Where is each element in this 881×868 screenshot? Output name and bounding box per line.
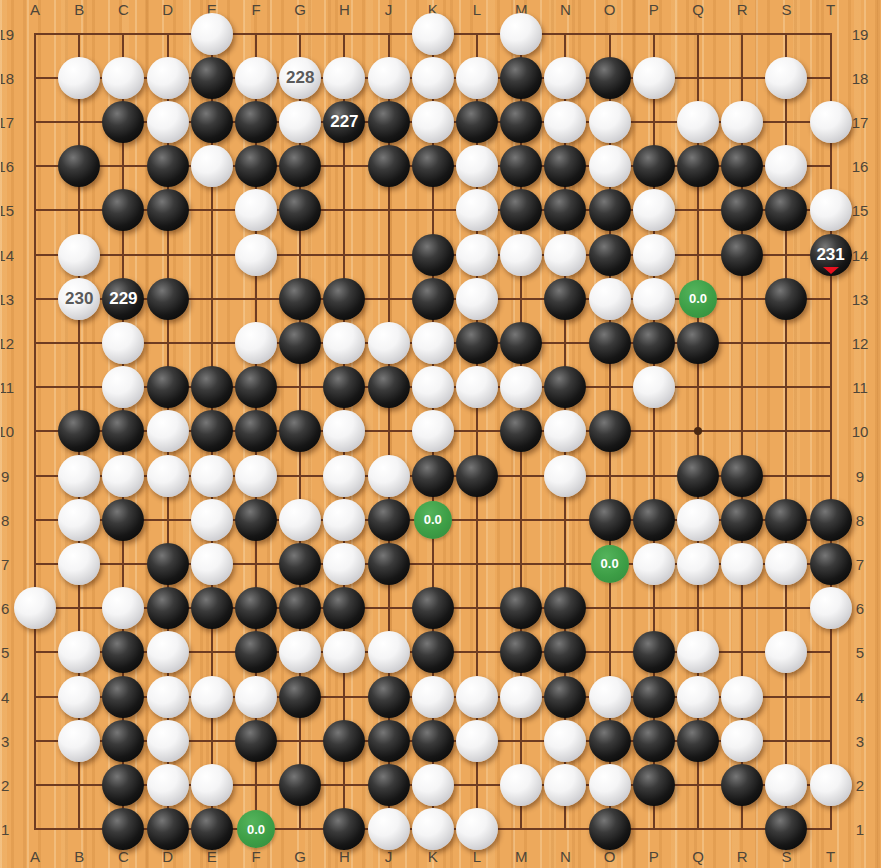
row-label-left-18: 18: [1, 70, 14, 85]
suggestion-circle-O7[interactable]: 0.0: [591, 545, 629, 583]
stone-black-Q16[interactable]: [677, 145, 719, 187]
stone-black-P16[interactable]: [633, 145, 675, 187]
suggestion-circle-K8[interactable]: 0.0: [414, 501, 452, 539]
move-number-C13: 229: [109, 290, 137, 307]
stone-white-E7[interactable]: [191, 543, 233, 585]
stone-black-P5[interactable]: [633, 631, 675, 673]
stone-black-E10[interactable]: [191, 410, 233, 452]
stone-white-Q4[interactable]: [677, 676, 719, 718]
stone-black-G6[interactable]: [279, 587, 321, 629]
stone-white-Q17[interactable]: [677, 101, 719, 143]
col-label-top-L: L: [473, 2, 481, 17]
stone-white-B8[interactable]: [58, 499, 100, 541]
stone-black-S13[interactable]: [765, 278, 807, 320]
suggestion-value-Q13: 0.0: [689, 291, 707, 306]
stone-white-K19[interactable]: [412, 13, 454, 55]
row-label-right-4: 4: [856, 689, 864, 704]
stone-white-F18[interactable]: [235, 57, 277, 99]
stone-white-N3[interactable]: [544, 720, 586, 762]
row-label-left-5: 5: [1, 645, 14, 660]
stone-white-M19[interactable]: [500, 13, 542, 55]
row-label-left-3: 3: [1, 733, 14, 748]
stone-black-J4[interactable]: [368, 676, 410, 718]
row-label-right-11: 11: [852, 380, 868, 395]
stone-black-O3[interactable]: [589, 720, 631, 762]
stone-white-K18[interactable]: [412, 57, 454, 99]
stone-black-M6[interactable]: [500, 587, 542, 629]
stone-black-T8[interactable]: [810, 499, 852, 541]
stone-black-D11[interactable]: [147, 366, 189, 408]
stone-black-G10[interactable]: [279, 410, 321, 452]
stone-white-P15[interactable]: [633, 189, 675, 231]
stone-white-H10[interactable]: [323, 410, 365, 452]
stone-white-H12[interactable]: [323, 322, 365, 364]
stone-black-O14[interactable]: [589, 234, 631, 276]
stone-white-B5[interactable]: [58, 631, 100, 673]
stone-white-G5[interactable]: [279, 631, 321, 673]
suggestion-circle-Q13[interactable]: 0.0: [679, 280, 717, 318]
col-label-top-F: F: [251, 2, 260, 17]
stone-black-C2[interactable]: [102, 764, 144, 806]
stone-black-P3[interactable]: [633, 720, 675, 762]
stone-black-R8[interactable]: [721, 499, 763, 541]
stone-black-G13[interactable]: [279, 278, 321, 320]
stone-white-Q8[interactable]: [677, 499, 719, 541]
col-label-top-T: T: [826, 2, 835, 17]
stone-black-H17[interactable]: 227: [323, 101, 365, 143]
stone-black-J16[interactable]: [368, 145, 410, 187]
col-label-top-G: G: [294, 2, 306, 17]
stone-black-F8[interactable]: [235, 499, 277, 541]
row-label-left-6: 6: [1, 601, 14, 616]
stone-black-J7[interactable]: [368, 543, 410, 585]
stone-black-F17[interactable]: [235, 101, 277, 143]
stone-white-C12[interactable]: [102, 322, 144, 364]
stone-white-C11[interactable]: [102, 366, 144, 408]
stone-white-K11[interactable]: [412, 366, 454, 408]
stone-white-L18[interactable]: [456, 57, 498, 99]
stone-white-B13[interactable]: 230: [58, 278, 100, 320]
col-label-bottom-E: E: [207, 849, 217, 864]
row-label-right-9: 9: [856, 468, 864, 483]
stone-white-K2[interactable]: [412, 764, 454, 806]
row-label-right-19: 19: [852, 26, 869, 41]
stone-white-K1[interactable]: [412, 808, 454, 850]
col-label-bottom-M: M: [515, 849, 528, 864]
stone-black-H11[interactable]: [323, 366, 365, 408]
stone-black-F6[interactable]: [235, 587, 277, 629]
suggestion-value-K8: 0.0: [424, 512, 442, 527]
stone-black-F16[interactable]: [235, 145, 277, 187]
stone-black-F5[interactable]: [235, 631, 277, 673]
stone-black-K5[interactable]: [412, 631, 454, 673]
stone-white-P13[interactable]: [633, 278, 675, 320]
stone-white-S2[interactable]: [765, 764, 807, 806]
stone-black-K14[interactable]: [412, 234, 454, 276]
stone-white-J9[interactable]: [368, 455, 410, 497]
stone-white-O17[interactable]: [589, 101, 631, 143]
stone-black-P4[interactable]: [633, 676, 675, 718]
stone-white-D4[interactable]: [147, 676, 189, 718]
stone-white-T6[interactable]: [810, 587, 852, 629]
stone-black-D6[interactable]: [147, 587, 189, 629]
row-label-right-7: 7: [856, 556, 864, 571]
row-label-left-9: 9: [1, 468, 14, 483]
stone-white-J5[interactable]: [368, 631, 410, 673]
suggestion-circle-F1[interactable]: 0.0: [237, 810, 275, 848]
stone-white-T17[interactable]: [810, 101, 852, 143]
stone-black-J17[interactable]: [368, 101, 410, 143]
stone-white-C9[interactable]: [102, 455, 144, 497]
stone-black-J8[interactable]: [368, 499, 410, 541]
stone-white-B18[interactable]: [58, 57, 100, 99]
stone-white-F14[interactable]: [235, 234, 277, 276]
stone-white-K17[interactable]: [412, 101, 454, 143]
stone-black-L12[interactable]: [456, 322, 498, 364]
row-label-right-15: 15: [852, 203, 869, 218]
stone-black-C13[interactable]: 229: [102, 278, 144, 320]
stone-white-S16[interactable]: [765, 145, 807, 187]
row-label-left-11: 11: [1, 380, 14, 395]
col-label-bottom-T: T: [826, 849, 835, 864]
stone-black-O18[interactable]: [589, 57, 631, 99]
stone-white-B4[interactable]: [58, 676, 100, 718]
stone-white-R4[interactable]: [721, 676, 763, 718]
stone-black-C4[interactable]: [102, 676, 144, 718]
stone-black-M10[interactable]: [500, 410, 542, 452]
stone-black-R2[interactable]: [721, 764, 763, 806]
col-label-bottom-J: J: [385, 849, 393, 864]
row-label-right-10: 10: [852, 424, 869, 439]
col-label-top-A: A: [30, 2, 40, 17]
stone-white-K12[interactable]: [412, 322, 454, 364]
stone-white-F15[interactable]: [235, 189, 277, 231]
stone-white-E8[interactable]: [191, 499, 233, 541]
stone-white-S7[interactable]: [765, 543, 807, 585]
row-label-left-17: 17: [1, 114, 14, 129]
stone-black-P8[interactable]: [633, 499, 675, 541]
stone-black-R9[interactable]: [721, 455, 763, 497]
stone-black-O8[interactable]: [589, 499, 631, 541]
stone-white-O13[interactable]: [589, 278, 631, 320]
stone-black-K16[interactable]: [412, 145, 454, 187]
stone-white-E2[interactable]: [191, 764, 233, 806]
col-label-top-O: O: [604, 2, 616, 17]
stone-black-T7[interactable]: [810, 543, 852, 585]
stone-black-K9[interactable]: [412, 455, 454, 497]
stone-white-D17[interactable]: [147, 101, 189, 143]
stone-white-M4[interactable]: [500, 676, 542, 718]
stone-black-O10[interactable]: [589, 410, 631, 452]
stone-black-K6[interactable]: [412, 587, 454, 629]
stone-black-C10[interactable]: [102, 410, 144, 452]
stone-white-T2[interactable]: [810, 764, 852, 806]
stone-white-E19[interactable]: [191, 13, 233, 55]
stone-black-N16[interactable]: [544, 145, 586, 187]
stone-white-F4[interactable]: [235, 676, 277, 718]
col-label-bottom-P: P: [649, 849, 659, 864]
stone-white-B7[interactable]: [58, 543, 100, 585]
stone-white-P14[interactable]: [633, 234, 675, 276]
stone-white-D18[interactable]: [147, 57, 189, 99]
stone-white-H5[interactable]: [323, 631, 365, 673]
stone-black-N13[interactable]: [544, 278, 586, 320]
stone-white-M11[interactable]: [500, 366, 542, 408]
stone-white-T15[interactable]: [810, 189, 852, 231]
stone-white-A6[interactable]: [14, 587, 56, 629]
row-label-right-8: 8: [856, 512, 864, 527]
stone-white-J18[interactable]: [368, 57, 410, 99]
row-label-left-4: 4: [1, 689, 14, 704]
move-number-B13: 230: [65, 290, 93, 307]
col-label-bottom-G: G: [294, 849, 306, 864]
stone-white-P11[interactable]: [633, 366, 675, 408]
stone-black-E6[interactable]: [191, 587, 233, 629]
col-label-top-C: C: [118, 2, 129, 17]
col-label-top-S: S: [781, 2, 791, 17]
stone-black-N4[interactable]: [544, 676, 586, 718]
stone-white-L15[interactable]: [456, 189, 498, 231]
stone-black-G15[interactable]: [279, 189, 321, 231]
stone-white-M2[interactable]: [500, 764, 542, 806]
move-number-H17: 227: [330, 113, 358, 130]
stone-black-O1[interactable]: [589, 808, 631, 850]
stone-black-F11[interactable]: [235, 366, 277, 408]
stone-white-R17[interactable]: [721, 101, 763, 143]
col-label-bottom-S: S: [781, 849, 791, 864]
row-label-right-3: 3: [856, 733, 864, 748]
stone-black-G16[interactable]: [279, 145, 321, 187]
stone-white-B14[interactable]: [58, 234, 100, 276]
stone-white-L1[interactable]: [456, 808, 498, 850]
stone-white-L3[interactable]: [456, 720, 498, 762]
red-triangle-marker-T14: [823, 267, 839, 274]
stone-white-C6[interactable]: [102, 587, 144, 629]
move-number-G18: 228: [286, 69, 314, 86]
stone-white-O2[interactable]: [589, 764, 631, 806]
grid-line-col-T: [830, 33, 832, 831]
row-label-right-6: 6: [856, 601, 864, 616]
stone-black-R15[interactable]: [721, 189, 763, 231]
stone-black-S1[interactable]: [765, 808, 807, 850]
stone-white-N9[interactable]: [544, 455, 586, 497]
stone-black-O12[interactable]: [589, 322, 631, 364]
stone-black-H3[interactable]: [323, 720, 365, 762]
stone-black-D15[interactable]: [147, 189, 189, 231]
row-label-left-14: 14: [1, 247, 14, 262]
row-label-left-12: 12: [1, 335, 14, 350]
stone-white-S18[interactable]: [765, 57, 807, 99]
stone-black-F3[interactable]: [235, 720, 277, 762]
col-label-top-D: D: [162, 2, 173, 17]
stone-white-L4[interactable]: [456, 676, 498, 718]
stone-black-E11[interactable]: [191, 366, 233, 408]
stone-white-H9[interactable]: [323, 455, 365, 497]
col-label-top-N: N: [560, 2, 571, 17]
stone-black-D1[interactable]: [147, 808, 189, 850]
stone-black-N15[interactable]: [544, 189, 586, 231]
row-label-right-16: 16: [852, 159, 869, 174]
stone-black-E18[interactable]: [191, 57, 233, 99]
col-label-top-P: P: [649, 2, 659, 17]
col-label-bottom-R: R: [737, 849, 748, 864]
row-label-left-1: 1: [1, 822, 14, 837]
stone-black-G2[interactable]: [279, 764, 321, 806]
stone-white-D5[interactable]: [147, 631, 189, 673]
row-label-left-15: 15: [1, 203, 14, 218]
stone-white-P7[interactable]: [633, 543, 675, 585]
stone-black-B10[interactable]: [58, 410, 100, 452]
stone-white-H7[interactable]: [323, 543, 365, 585]
stone-white-G18[interactable]: 228: [279, 57, 321, 99]
stone-black-R16[interactable]: [721, 145, 763, 187]
stone-black-C1[interactable]: [102, 808, 144, 850]
stone-white-F12[interactable]: [235, 322, 277, 364]
stone-white-F9[interactable]: [235, 455, 277, 497]
stone-black-F10[interactable]: [235, 410, 277, 452]
stone-black-H1[interactable]: [323, 808, 365, 850]
row-label-right-13: 13: [852, 291, 869, 306]
stone-black-Q12[interactable]: [677, 322, 719, 364]
stone-black-C17[interactable]: [102, 101, 144, 143]
stone-black-N11[interactable]: [544, 366, 586, 408]
stone-white-D2[interactable]: [147, 764, 189, 806]
stone-white-L14[interactable]: [456, 234, 498, 276]
col-label-top-R: R: [737, 2, 748, 17]
stone-black-J3[interactable]: [368, 720, 410, 762]
stone-black-J11[interactable]: [368, 366, 410, 408]
stone-black-C8[interactable]: [102, 499, 144, 541]
stone-black-S8[interactable]: [765, 499, 807, 541]
stone-white-H8[interactable]: [323, 499, 365, 541]
stone-black-L9[interactable]: [456, 455, 498, 497]
stone-black-T14[interactable]: 231: [810, 234, 852, 276]
row-label-left-10: 10: [1, 424, 14, 439]
stone-black-H13[interactable]: [323, 278, 365, 320]
suggestion-value-F1: 0.0: [247, 822, 265, 837]
stone-black-L17[interactable]: [456, 101, 498, 143]
col-label-bottom-F: F: [251, 849, 260, 864]
stone-white-R7[interactable]: [721, 543, 763, 585]
stone-white-N17[interactable]: [544, 101, 586, 143]
stone-white-S5[interactable]: [765, 631, 807, 673]
row-label-right-14: 14: [852, 247, 869, 262]
row-label-right-12: 12: [852, 335, 869, 350]
stone-black-R14[interactable]: [721, 234, 763, 276]
stone-white-Q7[interactable]: [677, 543, 719, 585]
stone-white-E9[interactable]: [191, 455, 233, 497]
stone-white-J12[interactable]: [368, 322, 410, 364]
stone-black-M18[interactable]: [500, 57, 542, 99]
stone-white-P18[interactable]: [633, 57, 675, 99]
stone-black-N5[interactable]: [544, 631, 586, 673]
stone-white-N10[interactable]: [544, 410, 586, 452]
stone-white-Q5[interactable]: [677, 631, 719, 673]
col-label-bottom-A: A: [30, 849, 40, 864]
row-label-right-17: 17: [852, 114, 869, 129]
stone-white-N2[interactable]: [544, 764, 586, 806]
stone-white-E16[interactable]: [191, 145, 233, 187]
stone-black-Q9[interactable]: [677, 455, 719, 497]
stone-black-M17[interactable]: [500, 101, 542, 143]
stone-white-D10[interactable]: [147, 410, 189, 452]
stone-white-O16[interactable]: [589, 145, 631, 187]
stone-black-D16[interactable]: [147, 145, 189, 187]
stone-white-B9[interactable]: [58, 455, 100, 497]
stone-white-D9[interactable]: [147, 455, 189, 497]
stone-white-D3[interactable]: [147, 720, 189, 762]
stone-black-K13[interactable]: [412, 278, 454, 320]
stone-black-C5[interactable]: [102, 631, 144, 673]
stone-white-N18[interactable]: [544, 57, 586, 99]
stone-black-P12[interactable]: [633, 322, 675, 364]
stone-white-J1[interactable]: [368, 808, 410, 850]
stone-black-D13[interactable]: [147, 278, 189, 320]
stone-black-O15[interactable]: [589, 189, 631, 231]
stone-white-C18[interactable]: [102, 57, 144, 99]
stone-white-G8[interactable]: [279, 499, 321, 541]
stone-black-M5[interactable]: [500, 631, 542, 673]
stone-white-L13[interactable]: [456, 278, 498, 320]
stone-black-P2[interactable]: [633, 764, 675, 806]
stone-black-J2[interactable]: [368, 764, 410, 806]
stone-black-K3[interactable]: [412, 720, 454, 762]
stone-black-G7[interactable]: [279, 543, 321, 585]
stone-black-Q3[interactable]: [677, 720, 719, 762]
stone-white-L16[interactable]: [456, 145, 498, 187]
col-label-bottom-K: K: [428, 849, 438, 864]
stone-white-G17[interactable]: [279, 101, 321, 143]
stone-black-M15[interactable]: [500, 189, 542, 231]
stone-white-E4[interactable]: [191, 676, 233, 718]
stone-black-G12[interactable]: [279, 322, 321, 364]
stone-black-M12[interactable]: [500, 322, 542, 364]
stone-black-D7[interactable]: [147, 543, 189, 585]
row-label-left-7: 7: [1, 556, 14, 571]
row-label-left-8: 8: [1, 512, 14, 527]
stone-white-O4[interactable]: [589, 676, 631, 718]
stone-white-N14[interactable]: [544, 234, 586, 276]
col-label-bottom-Q: Q: [692, 849, 704, 864]
stone-black-E1[interactable]: [191, 808, 233, 850]
stone-black-C3[interactable]: [102, 720, 144, 762]
stone-black-H6[interactable]: [323, 587, 365, 629]
stone-white-H18[interactable]: [323, 57, 365, 99]
stone-white-M14[interactable]: [500, 234, 542, 276]
star-point-Q10: [694, 427, 702, 435]
stone-black-B16[interactable]: [58, 145, 100, 187]
col-label-top-B: B: [74, 2, 84, 17]
col-label-bottom-L: L: [473, 849, 481, 864]
go-board-app: AA1919BB1818CC1717DD1616EE1515FF1414GG13…: [0, 0, 881, 868]
stone-black-S15[interactable]: [765, 189, 807, 231]
stone-white-R3[interactable]: [721, 720, 763, 762]
stone-black-C15[interactable]: [102, 189, 144, 231]
stone-black-M16[interactable]: [500, 145, 542, 187]
stone-black-N6[interactable]: [544, 587, 586, 629]
row-label-right-1: 1: [856, 822, 864, 837]
row-label-left-16: 16: [1, 159, 14, 174]
stone-white-K4[interactable]: [412, 676, 454, 718]
stone-black-G4[interactable]: [279, 676, 321, 718]
stone-white-K10[interactable]: [412, 410, 454, 452]
stone-white-L11[interactable]: [456, 366, 498, 408]
col-label-bottom-N: N: [560, 849, 571, 864]
stone-black-E17[interactable]: [191, 101, 233, 143]
stone-white-B3[interactable]: [58, 720, 100, 762]
col-label-bottom-D: D: [162, 849, 173, 864]
row-label-right-18: 18: [852, 70, 869, 85]
